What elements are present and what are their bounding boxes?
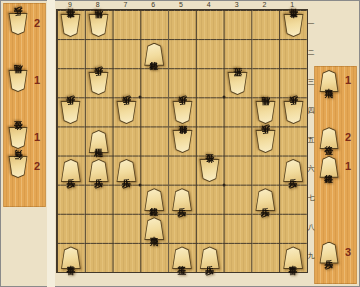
hand-piece-gote-bishop[interactable]: 角行 [8, 156, 28, 178]
file-label: 8 [84, 1, 112, 9]
gote-pawn[interactable]: 歩兵 [60, 101, 81, 124]
hand-piece-sente-pawn[interactable]: 歩兵 [319, 242, 339, 264]
sente-pawn[interactable]: 歩兵 [172, 188, 193, 211]
file-coordinates: 987654321 [56, 1, 306, 9]
gote-pawn[interactable]: 歩兵 [172, 101, 193, 124]
hand-piece-gote-gold[interactable]: 金将 [8, 127, 28, 149]
hand-count-sente-pawn: 3 [345, 246, 351, 258]
hand-piece-sente-rook[interactable]: 飛車 [319, 70, 339, 92]
sente-rook[interactable]: 飛車 [144, 217, 165, 240]
rank-coordinates: 一二三四五六七八九 [307, 9, 315, 271]
piece-face [173, 102, 192, 123]
rank-label: 五 [307, 125, 315, 154]
rank-label: 八 [307, 213, 315, 242]
gote-pawn[interactable]: 歩兵 [116, 101, 137, 124]
star-point [222, 183, 225, 186]
rank-label: 一 [307, 9, 315, 38]
rank-label: 二 [307, 38, 315, 67]
gote-knight[interactable]: 桂馬 [255, 101, 276, 124]
file-label: 3 [223, 1, 251, 9]
gote-lance[interactable]: 香車 [60, 14, 81, 37]
gote-pawn[interactable]: 歩兵 [255, 130, 276, 153]
file-label: 9 [56, 1, 84, 9]
hand-count-sente-rook: 1 [345, 74, 351, 86]
rank-label: 四 [307, 96, 315, 125]
file-label: 5 [167, 1, 195, 9]
star-point [139, 96, 142, 99]
shogi-board[interactable]: 香車桂馬香車銀将歩兵王将歩兵歩兵歩兵桂馬歩兵桂馬銀将歩兵歩兵歩兵歩兵金将歩兵銀将… [56, 9, 308, 273]
sente-captured-tray: 飛車1金将2銀将1歩兵3 [314, 66, 357, 284]
file-label: 2 [250, 1, 278, 9]
sente-pawn[interactable]: 歩兵 [88, 159, 109, 182]
file-label: 1 [278, 1, 306, 9]
rank-label: 六 [307, 155, 315, 184]
gote-pawn[interactable]: 歩兵 [88, 72, 109, 95]
gote-king[interactable]: 王将 [227, 72, 248, 95]
sente-pawn[interactable]: 歩兵 [283, 159, 304, 182]
sente-silver[interactable]: 銀将 [144, 43, 165, 66]
sente-lance[interactable]: 香車 [283, 246, 304, 269]
hand-piece-sente-silver[interactable]: 銀将 [319, 156, 339, 178]
gote-gold[interactable]: 金将 [199, 159, 220, 182]
sente-knight[interactable]: 桂馬 [88, 130, 109, 153]
file-label: 7 [112, 1, 140, 9]
hand-count-gote-gold: 1 [34, 131, 40, 143]
hand-piece-gote-knight[interactable]: 桂馬 [8, 70, 28, 92]
rank-label: 三 [307, 67, 315, 96]
file-label: 4 [195, 1, 223, 9]
hand-count-gote-pawn: 2 [34, 17, 40, 29]
sente-silver[interactable]: 銀将 [144, 188, 165, 211]
hand-piece-sente-gold[interactable]: 金将 [319, 127, 339, 149]
gote-pawn[interactable]: 歩兵 [283, 101, 304, 124]
hand-count-sente-silver: 1 [345, 160, 351, 172]
sente-king[interactable]: 玉将 [172, 246, 193, 269]
star-point [139, 183, 142, 186]
gote-knight[interactable]: 桂馬 [88, 14, 109, 37]
star-point [222, 96, 225, 99]
file-label: 6 [139, 1, 167, 9]
tray-board-divider [47, 0, 55, 287]
sente-pawn[interactable]: 歩兵 [116, 159, 137, 182]
hand-count-gote-knight: 1 [34, 74, 40, 86]
gote-silver[interactable]: 銀将 [172, 130, 193, 153]
hand-piece-gote-pawn[interactable]: 歩兵 [8, 13, 28, 35]
sente-lance[interactable]: 香車 [60, 246, 81, 269]
rank-label: 七 [307, 184, 315, 213]
hand-count-sente-gold: 2 [345, 131, 351, 143]
hand-count-gote-bishop: 2 [34, 160, 40, 172]
sente-pawn[interactable]: 歩兵 [199, 246, 220, 269]
gote-lance[interactable]: 香車 [283, 14, 304, 37]
sente-pawn[interactable]: 歩兵 [255, 188, 276, 211]
sente-pawn[interactable]: 歩兵 [60, 159, 81, 182]
shogi-app-window: 歩兵2桂馬1金将1角行2 先手番 飛車1金将2銀将1歩兵3 987654321 … [0, 0, 360, 287]
rank-label: 九 [307, 242, 315, 271]
gote-captured-tray: 歩兵2桂馬1金将1角行2 [3, 3, 46, 207]
